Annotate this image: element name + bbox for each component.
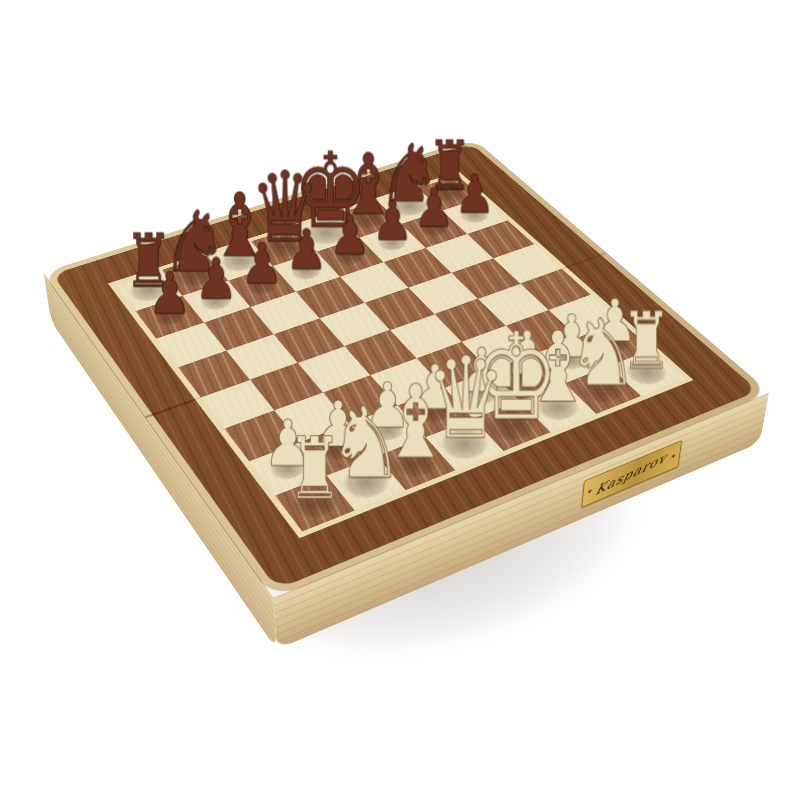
screw-icon <box>671 454 675 459</box>
fold-seam <box>145 399 196 418</box>
screw-icon <box>588 489 592 494</box>
piece-white-rook[interactable]: ♜ <box>264 434 366 503</box>
product-photo: Kasparov ♜♞♝♛♚♝♞♜♟♟♟♟♟♟♟♟♟♟♟♟♟♟♟♟♜♞♝♛♚♝♞… <box>0 0 800 800</box>
square-a5[interactable] <box>178 351 250 398</box>
square-b5[interactable] <box>226 334 297 380</box>
